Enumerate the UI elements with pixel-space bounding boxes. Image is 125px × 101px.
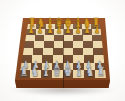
square-c1	[41, 70, 52, 78]
square-g1	[84, 70, 95, 78]
square-b1	[30, 70, 41, 78]
square-d1	[52, 70, 63, 78]
square-a1	[19, 70, 30, 78]
square-f1	[73, 70, 84, 78]
square-e1	[63, 70, 74, 78]
chess-set-photo: ♜♞♝♛♚♝♞♜♟♟♟♟♟♟♟♟♟♟♟♟♟♟♟♟♜♞♝♛♚♝♞♜	[0, 0, 125, 101]
board-fold-seam	[63, 23, 64, 88]
square-h1	[95, 70, 106, 78]
